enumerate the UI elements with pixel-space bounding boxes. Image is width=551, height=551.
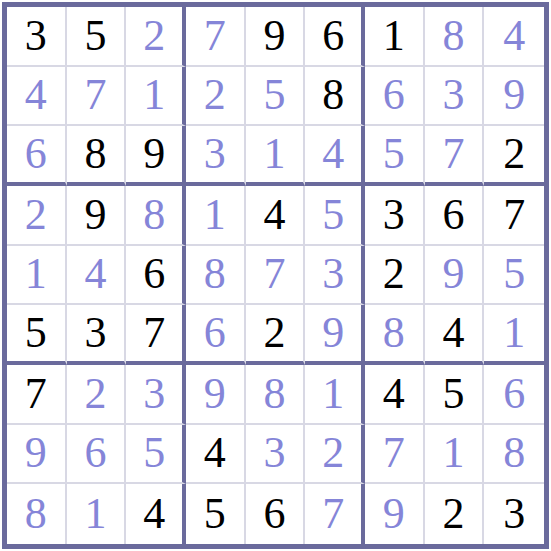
cell-r4c7[interactable]: 3 (365, 186, 425, 246)
cell-r7c8[interactable]: 5 (425, 365, 485, 425)
cell-r6c7[interactable]: 8 (365, 305, 425, 365)
cell-r9c4[interactable]: 5 (186, 484, 246, 544)
solved-digit: 8 (442, 14, 464, 58)
solved-digit: 2 (204, 73, 226, 117)
cell-r6c9[interactable]: 1 (484, 305, 544, 365)
cell-r4c2[interactable]: 9 (67, 186, 127, 246)
solved-digit: 3 (143, 372, 165, 416)
solved-digit: 9 (503, 73, 525, 117)
cell-r1c5[interactable]: 9 (246, 7, 306, 67)
solved-digit: 6 (84, 431, 106, 475)
cell-r4c4[interactable]: 1 (186, 186, 246, 246)
cell-r1c7[interactable]: 1 (365, 7, 425, 67)
cell-r5c2[interactable]: 4 (67, 246, 127, 306)
given-digit: 4 (204, 431, 226, 475)
solved-digit: 6 (503, 372, 525, 416)
solved-digit: 5 (143, 431, 165, 475)
solved-digit: 1 (263, 132, 285, 176)
cell-r7c1[interactable]: 7 (7, 365, 67, 425)
cell-r5c1[interactable]: 1 (7, 246, 67, 306)
cell-r3c8[interactable]: 7 (425, 126, 485, 186)
given-digit: 6 (442, 193, 464, 237)
solved-digit: 7 (383, 431, 405, 475)
cell-r5c5[interactable]: 7 (246, 246, 306, 306)
given-digit: 3 (383, 193, 405, 237)
solved-digit: 8 (263, 372, 285, 416)
solved-digit: 6 (383, 73, 405, 117)
given-digit: 2 (383, 252, 405, 296)
solved-digit: 3 (442, 73, 464, 117)
given-digit: 3 (25, 14, 47, 58)
solved-digit: 1 (25, 252, 47, 296)
given-digit: 7 (25, 372, 47, 416)
solved-digit: 8 (143, 193, 165, 237)
cell-r8c7[interactable]: 7 (365, 425, 425, 485)
cell-r2c9[interactable]: 9 (484, 67, 544, 127)
cell-r2c7[interactable]: 6 (365, 67, 425, 127)
solved-digit: 7 (322, 492, 344, 536)
cell-r1c2[interactable]: 5 (67, 7, 127, 67)
cell-r4c9[interactable]: 7 (484, 186, 544, 246)
solved-digit: 8 (204, 252, 226, 296)
cell-r1c8[interactable]: 8 (425, 7, 485, 67)
cell-r7c5[interactable]: 8 (246, 365, 306, 425)
solved-digit: 1 (322, 372, 344, 416)
cell-r8c8[interactable]: 1 (425, 425, 485, 485)
given-digit: 7 (503, 193, 525, 237)
solved-digit: 6 (204, 311, 226, 355)
solved-digit: 4 (84, 252, 106, 296)
cell-r7c4[interactable]: 9 (186, 365, 246, 425)
given-digit: 5 (25, 311, 47, 355)
given-digit: 5 (204, 492, 226, 536)
given-digit: 3 (503, 492, 525, 536)
solved-digit: 2 (143, 14, 165, 58)
solved-digit: 9 (204, 372, 226, 416)
cell-r3c1[interactable]: 6 (7, 126, 67, 186)
solved-digit: 2 (322, 431, 344, 475)
cell-r5c9[interactable]: 5 (484, 246, 544, 306)
cell-r3c6[interactable]: 4 (305, 126, 365, 186)
given-digit: 4 (442, 311, 464, 355)
cell-r6c8[interactable]: 4 (425, 305, 485, 365)
cell-r5c7[interactable]: 2 (365, 246, 425, 306)
solved-digit: 4 (25, 73, 47, 117)
cell-r4c8[interactable]: 6 (425, 186, 485, 246)
cell-r3c5[interactable]: 1 (246, 126, 306, 186)
solved-digit: 8 (25, 492, 47, 536)
solved-digit: 9 (442, 252, 464, 296)
cell-r4c5[interactable]: 4 (246, 186, 306, 246)
solved-digit: 6 (25, 132, 47, 176)
cell-r6c2[interactable]: 3 (67, 305, 127, 365)
cell-r8c6[interactable]: 2 (305, 425, 365, 485)
cell-r9c8[interactable]: 2 (425, 484, 485, 544)
solved-digit: 1 (204, 193, 226, 237)
given-digit: 9 (143, 132, 165, 176)
cell-r6c4[interactable]: 6 (186, 305, 246, 365)
given-digit: 8 (84, 132, 106, 176)
cell-r8c9[interactable]: 8 (484, 425, 544, 485)
cell-r4c3[interactable]: 8 (126, 186, 186, 246)
solved-digit: 4 (322, 132, 344, 176)
given-digit: 4 (143, 492, 165, 536)
cell-r4c1[interactable]: 2 (7, 186, 67, 246)
solved-digit: 5 (322, 193, 344, 237)
cell-r6c6[interactable]: 9 (305, 305, 365, 365)
cell-r9c6[interactable]: 7 (305, 484, 365, 544)
cell-r9c3[interactable]: 4 (126, 484, 186, 544)
given-digit: 9 (263, 14, 285, 58)
solved-digit: 3 (204, 132, 226, 176)
cell-r3c2[interactable]: 8 (67, 126, 127, 186)
cell-r1c4[interactable]: 7 (186, 7, 246, 67)
cell-r3c4[interactable]: 3 (186, 126, 246, 186)
cell-r5c6[interactable]: 3 (305, 246, 365, 306)
cell-r2c8[interactable]: 3 (425, 67, 485, 127)
solved-digit: 1 (503, 311, 525, 355)
given-digit: 6 (263, 492, 285, 536)
solved-digit: 5 (263, 73, 285, 117)
cell-r3c3[interactable]: 9 (126, 126, 186, 186)
given-digit: 6 (322, 14, 344, 58)
sudoku-board: 3527961844712586396893145722981453671468… (2, 2, 549, 549)
given-digit: 2 (442, 492, 464, 536)
given-digit: 4 (263, 193, 285, 237)
sudoku-page: 3527961844712586396893145722981453671468… (0, 0, 551, 551)
cell-r6c5[interactable]: 2 (246, 305, 306, 365)
given-digit: 7 (143, 311, 165, 355)
solved-digit: 9 (322, 311, 344, 355)
given-digit: 4 (383, 372, 405, 416)
solved-digit: 8 (503, 431, 525, 475)
given-digit: 9 (84, 193, 106, 237)
solved-digit: 1 (143, 73, 165, 117)
cell-r5c8[interactable]: 9 (425, 246, 485, 306)
cell-r3c9[interactable]: 2 (484, 126, 544, 186)
cell-r1c6[interactable]: 6 (305, 7, 365, 67)
solved-digit: 3 (263, 431, 285, 475)
given-digit: 5 (442, 372, 464, 416)
cell-r4c6[interactable]: 5 (305, 186, 365, 246)
cell-r5c4[interactable]: 8 (186, 246, 246, 306)
solved-digit: 2 (84, 372, 106, 416)
cell-r7c2[interactable]: 2 (67, 365, 127, 425)
solved-digit: 7 (84, 73, 106, 117)
cell-r5c3[interactable]: 6 (126, 246, 186, 306)
cell-r1c3[interactable]: 2 (126, 7, 186, 67)
cell-r8c1[interactable]: 9 (7, 425, 67, 485)
solved-digit: 7 (263, 252, 285, 296)
cell-r7c3[interactable]: 3 (126, 365, 186, 425)
cell-r2c1[interactable]: 4 (7, 67, 67, 127)
cell-r7c7[interactable]: 4 (365, 365, 425, 425)
cell-r9c2[interactable]: 1 (67, 484, 127, 544)
cell-r9c5[interactable]: 6 (246, 484, 306, 544)
cell-r8c4[interactable]: 4 (186, 425, 246, 485)
given-digit: 8 (322, 73, 344, 117)
cell-r6c3[interactable]: 7 (126, 305, 186, 365)
solved-digit: 1 (84, 492, 106, 536)
cell-r8c5[interactable]: 3 (246, 425, 306, 485)
cell-r2c2[interactable]: 7 (67, 67, 127, 127)
given-digit: 2 (503, 132, 525, 176)
cell-r6c1[interactable]: 5 (7, 305, 67, 365)
solved-digit: 7 (204, 14, 226, 58)
cell-r9c7[interactable]: 9 (365, 484, 425, 544)
given-digit: 6 (143, 252, 165, 296)
solved-digit: 9 (383, 492, 405, 536)
cell-r2c5[interactable]: 5 (246, 67, 306, 127)
cell-r8c2[interactable]: 6 (67, 425, 127, 485)
cell-r1c9[interactable]: 4 (484, 7, 544, 67)
cell-r8c3[interactable]: 5 (126, 425, 186, 485)
cell-r2c4[interactable]: 2 (186, 67, 246, 127)
solved-digit: 1 (442, 431, 464, 475)
solved-digit: 9 (25, 431, 47, 475)
cell-r9c9[interactable]: 3 (484, 484, 544, 544)
solved-digit: 3 (322, 252, 344, 296)
solved-digit: 7 (442, 132, 464, 176)
solved-digit: 8 (383, 311, 405, 355)
given-digit: 1 (383, 14, 405, 58)
cell-r9c1[interactable]: 8 (7, 484, 67, 544)
cell-r2c6[interactable]: 8 (305, 67, 365, 127)
solved-digit: 2 (25, 193, 47, 237)
solved-digit: 4 (503, 14, 525, 58)
given-digit: 3 (84, 311, 106, 355)
given-digit: 5 (84, 14, 106, 58)
solved-digit: 5 (383, 132, 405, 176)
given-digit: 2 (263, 311, 285, 355)
cell-r3c7[interactable]: 5 (365, 126, 425, 186)
solved-digit: 5 (503, 252, 525, 296)
cell-r7c9[interactable]: 6 (484, 365, 544, 425)
cell-r7c6[interactable]: 1 (305, 365, 365, 425)
cell-r2c3[interactable]: 1 (126, 67, 186, 127)
cell-r1c1[interactable]: 3 (7, 7, 67, 67)
